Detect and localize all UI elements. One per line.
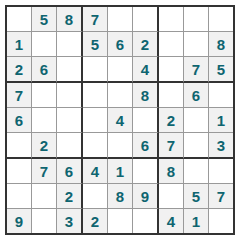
cell-r3c1[interactable]: 2 <box>7 57 32 83</box>
cell-r2c7[interactable] <box>159 32 184 57</box>
cell-r7c5[interactable]: 1 <box>108 159 133 184</box>
board-row-4: 786 <box>7 83 233 108</box>
cell-r4c7[interactable] <box>159 83 184 108</box>
cell-r9c2[interactable] <box>32 209 57 233</box>
cell-r5c6[interactable] <box>133 108 159 133</box>
cell-r8c2[interactable] <box>32 184 57 209</box>
board-row-9: 93241 <box>7 209 233 233</box>
cell-r9c7[interactable]: 4 <box>159 209 184 233</box>
cell-r5c5[interactable]: 4 <box>108 108 133 133</box>
cell-r6c1[interactable] <box>7 133 32 159</box>
cell-r8c3[interactable]: 2 <box>57 184 83 209</box>
cell-r2c9[interactable]: 8 <box>209 32 233 57</box>
cell-r5c3[interactable] <box>57 108 83 133</box>
cell-r7c3[interactable]: 6 <box>57 159 83 184</box>
board-row-5: 6421 <box>7 108 233 133</box>
cell-r6c4[interactable] <box>83 133 108 159</box>
cell-r2c6[interactable]: 2 <box>133 32 159 57</box>
board-row-2: 15628 <box>7 32 233 57</box>
cell-r6c5[interactable] <box>108 133 133 159</box>
cell-r4c2[interactable] <box>32 83 57 108</box>
cell-r2c1[interactable]: 1 <box>7 32 32 57</box>
cell-r4c5[interactable] <box>108 83 133 108</box>
cell-r3c7[interactable] <box>159 57 184 83</box>
cell-r3c9[interactable]: 5 <box>209 57 233 83</box>
cell-r7c6[interactable] <box>133 159 159 184</box>
cell-r9c1[interactable]: 9 <box>7 209 32 233</box>
cell-r5c2[interactable] <box>32 108 57 133</box>
cell-r2c4[interactable]: 5 <box>83 32 108 57</box>
cell-r6c6[interactable]: 6 <box>133 133 159 159</box>
cell-r8c6[interactable]: 9 <box>133 184 159 209</box>
cell-r1c2[interactable]: 5 <box>32 7 57 32</box>
cell-r2c8[interactable] <box>184 32 209 57</box>
cell-r4c3[interactable] <box>57 83 83 108</box>
cell-r4c6[interactable]: 8 <box>133 83 159 108</box>
cell-r1c1[interactable] <box>7 7 32 32</box>
cell-r4c9[interactable] <box>209 83 233 108</box>
cell-r2c2[interactable] <box>32 32 57 57</box>
cell-r9c6[interactable] <box>133 209 159 233</box>
cell-r1c4[interactable]: 7 <box>83 7 108 32</box>
cell-r4c8[interactable]: 6 <box>184 83 209 108</box>
cell-r6c2[interactable]: 2 <box>32 133 57 159</box>
cell-r4c4[interactable] <box>83 83 108 108</box>
cell-r8c1[interactable] <box>7 184 32 209</box>
cell-r8c5[interactable]: 8 <box>108 184 133 209</box>
cell-r7c1[interactable] <box>7 159 32 184</box>
cell-r9c9[interactable] <box>209 209 233 233</box>
cell-r3c4[interactable] <box>83 57 108 83</box>
cell-r2c5[interactable]: 6 <box>108 32 133 57</box>
cell-r5c1[interactable]: 6 <box>7 108 32 133</box>
cell-r9c5[interactable] <box>108 209 133 233</box>
board-row-6: 2673 <box>7 133 233 159</box>
cell-r8c8[interactable]: 5 <box>184 184 209 209</box>
cell-r4c1[interactable]: 7 <box>7 83 32 108</box>
board-row-8: 28957 <box>7 184 233 209</box>
board-row-1: 587 <box>7 7 233 32</box>
cell-r5c8[interactable] <box>184 108 209 133</box>
cell-r9c4[interactable]: 2 <box>83 209 108 233</box>
cell-r1c8[interactable] <box>184 7 209 32</box>
cell-r3c5[interactable] <box>108 57 133 83</box>
board-row-7: 76418 <box>7 159 233 184</box>
cell-r3c6[interactable]: 4 <box>133 57 159 83</box>
cell-r3c2[interactable]: 6 <box>32 57 57 83</box>
cell-r8c7[interactable] <box>159 184 184 209</box>
cell-r3c3[interactable] <box>57 57 83 83</box>
cell-r1c7[interactable] <box>159 7 184 32</box>
cell-r7c4[interactable]: 4 <box>83 159 108 184</box>
cell-r1c9[interactable] <box>209 7 233 32</box>
cell-r2c3[interactable] <box>57 32 83 57</box>
cell-r6c8[interactable] <box>184 133 209 159</box>
cell-r7c2[interactable]: 7 <box>32 159 57 184</box>
cell-r3c8[interactable]: 7 <box>184 57 209 83</box>
cell-r1c3[interactable]: 8 <box>57 7 83 32</box>
cell-r1c6[interactable] <box>133 7 159 32</box>
cell-r5c9[interactable]: 1 <box>209 108 233 133</box>
cell-r7c7[interactable]: 8 <box>159 159 184 184</box>
cell-r6c9[interactable]: 3 <box>209 133 233 159</box>
cell-r6c3[interactable] <box>57 133 83 159</box>
cell-r9c3[interactable]: 3 <box>57 209 83 233</box>
sudoku-board: 587156282647578664212673764182895793241 <box>5 5 235 235</box>
cell-r1c5[interactable] <box>108 7 133 32</box>
cell-r5c7[interactable]: 2 <box>159 108 184 133</box>
cell-r9c8[interactable]: 1 <box>184 209 209 233</box>
cell-r7c8[interactable] <box>184 159 209 184</box>
cell-r7c9[interactable] <box>209 159 233 184</box>
board-row-3: 26475 <box>7 57 233 83</box>
cell-r6c7[interactable]: 7 <box>159 133 184 159</box>
cell-r8c9[interactable]: 7 <box>209 184 233 209</box>
cell-r5c4[interactable] <box>83 108 108 133</box>
cell-r8c4[interactable] <box>83 184 108 209</box>
